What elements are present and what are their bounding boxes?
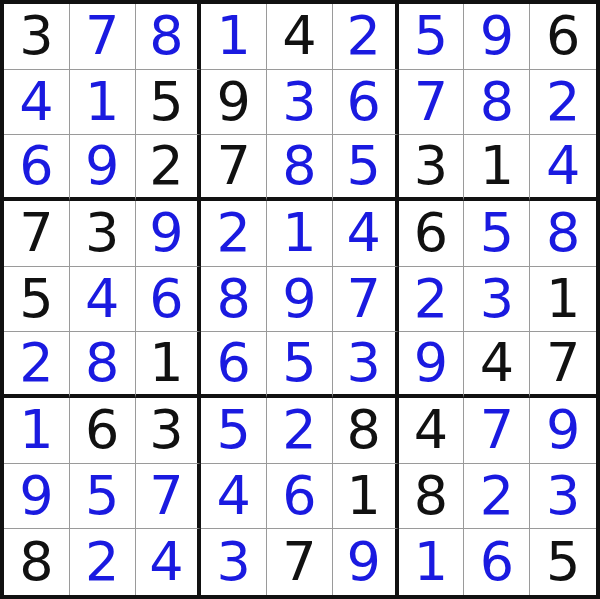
sudoku-cell[interactable]: 6 bbox=[530, 4, 596, 70]
sudoku-cell[interactable]: 8 bbox=[333, 398, 399, 464]
sudoku-cell[interactable]: 5 bbox=[70, 464, 136, 530]
sudoku-cell[interactable]: 5 bbox=[201, 398, 267, 464]
sudoku-cell[interactable]: 1 bbox=[4, 398, 70, 464]
sudoku-cell[interactable]: 2 bbox=[399, 267, 465, 333]
sudoku-cell[interactable]: 8 bbox=[530, 201, 596, 267]
sudoku-cell[interactable]: 4 bbox=[399, 398, 465, 464]
sudoku-cell[interactable]: 1 bbox=[70, 70, 136, 136]
sudoku-cell[interactable]: 2 bbox=[333, 4, 399, 70]
sudoku-cell[interactable]: 9 bbox=[464, 4, 530, 70]
sudoku-cell[interactable]: 7 bbox=[267, 529, 333, 595]
sudoku-cell[interactable]: 2 bbox=[267, 398, 333, 464]
sudoku-cell[interactable]: 5 bbox=[530, 529, 596, 595]
sudoku-cell[interactable]: 4 bbox=[70, 267, 136, 333]
sudoku-cell[interactable]: 1 bbox=[464, 135, 530, 201]
sudoku-cell[interactable]: 4 bbox=[530, 135, 596, 201]
sudoku-cell[interactable]: 1 bbox=[530, 267, 596, 333]
sudoku-cell[interactable]: 9 bbox=[267, 267, 333, 333]
sudoku-cell[interactable]: 7 bbox=[530, 332, 596, 398]
sudoku-cell[interactable]: 9 bbox=[333, 529, 399, 595]
sudoku-cell[interactable]: 2 bbox=[70, 529, 136, 595]
sudoku-cell[interactable]: 8 bbox=[70, 332, 136, 398]
sudoku-cell[interactable]: 7 bbox=[399, 70, 465, 136]
sudoku-cell[interactable]: 5 bbox=[333, 135, 399, 201]
sudoku-cell[interactable]: 8 bbox=[464, 70, 530, 136]
sudoku-cell[interactable]: 1 bbox=[201, 4, 267, 70]
sudoku-cell[interactable]: 7 bbox=[333, 267, 399, 333]
sudoku-cell[interactable]: 3 bbox=[4, 4, 70, 70]
sudoku-cell[interactable]: 6 bbox=[464, 529, 530, 595]
sudoku-cell[interactable]: 4 bbox=[333, 201, 399, 267]
sudoku-cell[interactable]: 3 bbox=[70, 201, 136, 267]
sudoku-cell[interactable]: 5 bbox=[267, 332, 333, 398]
sudoku-cell[interactable]: 5 bbox=[136, 70, 202, 136]
sudoku-cell[interactable]: 9 bbox=[530, 398, 596, 464]
sudoku-cell[interactable]: 3 bbox=[464, 267, 530, 333]
sudoku-cell[interactable]: 5 bbox=[4, 267, 70, 333]
sudoku-cell[interactable]: 6 bbox=[201, 332, 267, 398]
sudoku-cell[interactable]: 6 bbox=[333, 70, 399, 136]
sudoku-cell[interactable]: 1 bbox=[267, 201, 333, 267]
sudoku-cell[interactable]: 2 bbox=[530, 70, 596, 136]
sudoku-cell[interactable]: 9 bbox=[70, 135, 136, 201]
sudoku-cell[interactable]: 6 bbox=[267, 464, 333, 530]
sudoku-cell[interactable]: 3 bbox=[136, 398, 202, 464]
sudoku-cell[interactable]: 2 bbox=[201, 201, 267, 267]
sudoku-cell[interactable]: 6 bbox=[136, 267, 202, 333]
sudoku-cell[interactable]: 8 bbox=[201, 267, 267, 333]
sudoku-cell[interactable]: 7 bbox=[70, 4, 136, 70]
sudoku-cell[interactable]: 1 bbox=[399, 529, 465, 595]
sudoku-cell[interactable]: 8 bbox=[136, 4, 202, 70]
sudoku-cell[interactable]: 9 bbox=[201, 70, 267, 136]
sudoku-cell[interactable]: 3 bbox=[530, 464, 596, 530]
sudoku-cell[interactable]: 1 bbox=[136, 332, 202, 398]
sudoku-cell[interactable]: 6 bbox=[70, 398, 136, 464]
sudoku-cell[interactable]: 4 bbox=[267, 4, 333, 70]
sudoku-cell[interactable]: 9 bbox=[399, 332, 465, 398]
sudoku-cell[interactable]: 4 bbox=[464, 332, 530, 398]
sudoku-cell[interactable]: 7 bbox=[4, 201, 70, 267]
sudoku-cell[interactable]: 7 bbox=[464, 398, 530, 464]
sudoku-cell[interactable]: 2 bbox=[136, 135, 202, 201]
sudoku-cell[interactable]: 4 bbox=[136, 529, 202, 595]
sudoku-cell[interactable]: 5 bbox=[464, 201, 530, 267]
sudoku-cell[interactable]: 3 bbox=[399, 135, 465, 201]
sudoku-cell[interactable]: 9 bbox=[4, 464, 70, 530]
sudoku-cell[interactable]: 2 bbox=[4, 332, 70, 398]
sudoku-cell[interactable]: 6 bbox=[399, 201, 465, 267]
sudoku-board: 3781425964159367826927853147392146585468… bbox=[0, 0, 600, 599]
sudoku-cell[interactable]: 3 bbox=[333, 332, 399, 398]
sudoku-cell[interactable]: 4 bbox=[201, 464, 267, 530]
sudoku-cell[interactable]: 7 bbox=[201, 135, 267, 201]
sudoku-cell[interactable]: 3 bbox=[267, 70, 333, 136]
sudoku-cell[interactable]: 8 bbox=[399, 464, 465, 530]
sudoku-cell[interactable]: 7 bbox=[136, 464, 202, 530]
sudoku-cell[interactable]: 2 bbox=[464, 464, 530, 530]
sudoku-cell[interactable]: 6 bbox=[4, 135, 70, 201]
sudoku-cell[interactable]: 3 bbox=[201, 529, 267, 595]
sudoku-cell[interactable]: 9 bbox=[136, 201, 202, 267]
sudoku-cell[interactable]: 5 bbox=[399, 4, 465, 70]
sudoku-cell[interactable]: 8 bbox=[267, 135, 333, 201]
sudoku-cell[interactable]: 8 bbox=[4, 529, 70, 595]
sudoku-cell[interactable]: 1 bbox=[333, 464, 399, 530]
sudoku-cell[interactable]: 4 bbox=[4, 70, 70, 136]
